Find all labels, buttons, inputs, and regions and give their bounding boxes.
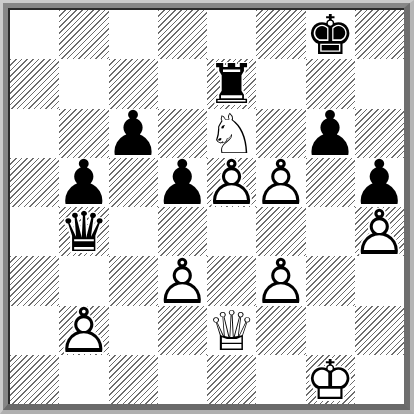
white-king-piece-fill: ♚ <box>306 356 355 405</box>
square-e4[interactable] <box>207 207 256 256</box>
square-h4[interactable]: ♟♙ <box>355 207 404 256</box>
square-d3[interactable]: ♟♙ <box>158 256 207 305</box>
white-queen-piece-fill: ♛ <box>207 307 256 356</box>
board-frame-bevel: ♚♜♟♞♘♟♟♟♟♙♟♙♟♛♟♙♟♙♟♙♟♙♛♕♚♔ <box>3 3 410 410</box>
white-pawn-piece-fill: ♟ <box>355 208 404 257</box>
chess-board[interactable]: ♚♜♟♞♘♟♟♟♟♙♟♙♟♛♟♙♟♙♟♙♟♙♛♕♚♔ <box>10 10 404 404</box>
square-h6[interactable] <box>355 109 404 158</box>
square-c8[interactable] <box>109 10 158 59</box>
square-e3[interactable] <box>207 256 256 305</box>
white-pawn-piece: ♙ <box>256 257 305 306</box>
board-frame-inner-line: ♚♜♟♞♘♟♟♟♟♙♟♙♟♛♟♙♟♙♟♙♟♙♛♕♚♔ <box>8 8 404 404</box>
white-knight-piece-fill: ♞ <box>207 110 256 159</box>
black-rook-piece: ♜ <box>207 60 256 109</box>
square-f3[interactable]: ♟♙ <box>256 256 305 305</box>
black-pawn-piece: ♟ <box>306 110 355 159</box>
square-a8[interactable] <box>10 10 59 59</box>
square-c1[interactable] <box>109 355 158 404</box>
square-b1[interactable] <box>59 355 108 404</box>
square-g8[interactable]: ♚ <box>306 10 355 59</box>
square-b8[interactable] <box>59 10 108 59</box>
square-h3[interactable] <box>355 256 404 305</box>
square-a5[interactable] <box>10 158 59 207</box>
square-d1[interactable] <box>158 355 207 404</box>
square-f2[interactable] <box>256 306 305 355</box>
square-h1[interactable] <box>355 355 404 404</box>
square-b7[interactable] <box>59 59 108 108</box>
square-d2[interactable] <box>158 306 207 355</box>
black-pawn-piece: ♟ <box>59 159 108 208</box>
square-h2[interactable] <box>355 306 404 355</box>
square-c2[interactable] <box>109 306 158 355</box>
square-c4[interactable] <box>109 207 158 256</box>
square-a3[interactable] <box>10 256 59 305</box>
square-f1[interactable] <box>256 355 305 404</box>
square-f7[interactable] <box>256 59 305 108</box>
square-c5[interactable] <box>109 158 158 207</box>
square-a2[interactable] <box>10 306 59 355</box>
white-pawn-piece: ♙ <box>59 307 108 356</box>
square-d5[interactable]: ♟ <box>158 158 207 207</box>
white-pawn-piece-fill: ♟ <box>207 159 256 208</box>
square-h5[interactable]: ♟ <box>355 158 404 207</box>
square-e6[interactable]: ♞♘ <box>207 109 256 158</box>
black-pawn-piece: ♟ <box>355 159 404 208</box>
square-b6[interactable] <box>59 109 108 158</box>
square-e5[interactable]: ♟♙ <box>207 158 256 207</box>
square-a6[interactable] <box>10 109 59 158</box>
board-frame: ♚♜♟♞♘♟♟♟♟♙♟♙♟♛♟♙♟♙♟♙♟♙♛♕♚♔ <box>0 0 414 414</box>
square-g4[interactable] <box>306 207 355 256</box>
white-king-piece: ♔ <box>306 356 355 405</box>
square-d7[interactable] <box>158 59 207 108</box>
square-d4[interactable] <box>158 207 207 256</box>
white-pawn-piece-fill: ♟ <box>158 257 207 306</box>
square-a1[interactable] <box>10 355 59 404</box>
white-pawn-piece-fill: ♟ <box>256 257 305 306</box>
square-b5[interactable]: ♟ <box>59 158 108 207</box>
square-f5[interactable]: ♟♙ <box>256 158 305 207</box>
square-e7[interactable]: ♜ <box>207 59 256 108</box>
square-g5[interactable] <box>306 158 355 207</box>
square-h8[interactable] <box>355 10 404 59</box>
square-g6[interactable]: ♟ <box>306 109 355 158</box>
square-b2[interactable]: ♟♙ <box>59 306 108 355</box>
white-pawn-piece-fill: ♟ <box>256 159 305 208</box>
square-e2[interactable]: ♛♕ <box>207 306 256 355</box>
square-g3[interactable] <box>306 256 355 305</box>
square-c6[interactable]: ♟ <box>109 109 158 158</box>
square-h7[interactable] <box>355 59 404 108</box>
square-c3[interactable] <box>109 256 158 305</box>
black-pawn-piece: ♟ <box>109 110 158 159</box>
square-g7[interactable] <box>306 59 355 108</box>
white-pawn-piece-fill: ♟ <box>59 307 108 356</box>
square-b3[interactable] <box>59 256 108 305</box>
square-d6[interactable] <box>158 109 207 158</box>
white-pawn-piece: ♙ <box>256 159 305 208</box>
square-d8[interactable] <box>158 10 207 59</box>
square-a4[interactable] <box>10 207 59 256</box>
square-f8[interactable] <box>256 10 305 59</box>
square-a7[interactable] <box>10 59 59 108</box>
white-pawn-piece: ♙ <box>158 257 207 306</box>
white-knight-piece: ♘ <box>207 110 256 159</box>
square-e8[interactable] <box>207 10 256 59</box>
black-king-piece: ♚ <box>306 11 355 60</box>
white-pawn-piece: ♙ <box>355 208 404 257</box>
square-b4[interactable]: ♛ <box>59 207 108 256</box>
square-g1[interactable]: ♚♔ <box>306 355 355 404</box>
white-pawn-piece: ♙ <box>207 159 256 208</box>
black-pawn-piece: ♟ <box>158 159 207 208</box>
white-queen-piece: ♕ <box>207 307 256 356</box>
black-queen-piece: ♛ <box>59 208 108 257</box>
square-f6[interactable] <box>256 109 305 158</box>
square-c7[interactable] <box>109 59 158 108</box>
square-f4[interactable] <box>256 207 305 256</box>
square-e1[interactable] <box>207 355 256 404</box>
square-g2[interactable] <box>306 306 355 355</box>
